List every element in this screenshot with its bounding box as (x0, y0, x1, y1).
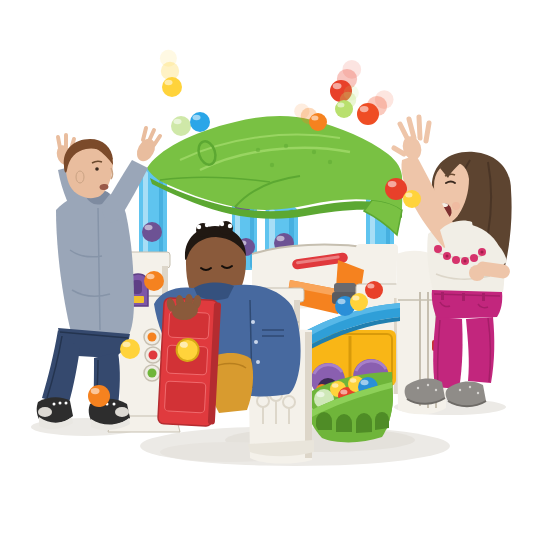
play-ball (171, 116, 191, 136)
button-orange-icon (148, 333, 157, 342)
play-ball (88, 385, 110, 407)
play-ball (190, 112, 210, 132)
trough-arch (356, 413, 372, 433)
play-ball (350, 293, 368, 311)
girl-left-fist (469, 265, 485, 281)
boy-eye (95, 167, 99, 171)
play-ball (144, 271, 164, 291)
scene-illustration (0, 0, 533, 533)
door-panel (164, 381, 206, 413)
trough-arch (375, 412, 389, 430)
play-ball (142, 222, 162, 242)
boy-ear (76, 171, 84, 183)
trough-arch (336, 414, 352, 432)
door-knob-ball (176, 338, 199, 361)
play-ball (403, 190, 421, 208)
trough-arch (316, 412, 332, 430)
button-green-icon (148, 369, 157, 378)
gray-track-part (334, 283, 356, 293)
play-ball (365, 281, 383, 299)
activity-buttons (144, 329, 161, 381)
play-ball (120, 339, 140, 359)
button-red-icon (149, 351, 158, 360)
girl-cheek (452, 202, 460, 210)
product-photo (0, 0, 533, 533)
